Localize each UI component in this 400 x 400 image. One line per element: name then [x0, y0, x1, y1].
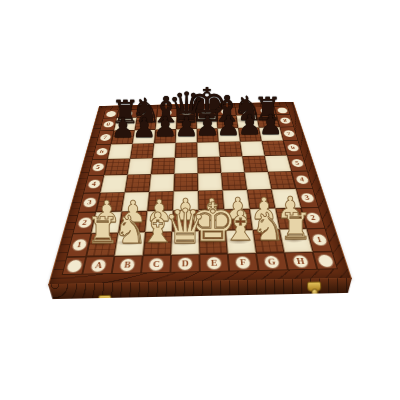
photo-background: ABCDEFGH ABCDEFGH 87654321 87654321 ♜♞♝♛… [0, 0, 400, 400]
square-a5[interactable] [104, 159, 130, 176]
rank-label: 5 [91, 163, 105, 172]
square-b4[interactable] [125, 174, 151, 192]
square-c5[interactable] [151, 158, 175, 175]
file-label-cell: F [228, 253, 259, 271]
square-b6[interactable] [130, 143, 154, 158]
square-h4[interactable] [268, 171, 296, 189]
rank-label: 6 [95, 148, 109, 156]
file-label: D [177, 256, 193, 270]
square-g4[interactable] [245, 172, 272, 190]
file-label-cell: B [112, 255, 143, 273]
corner-circle [65, 259, 84, 273]
clasp-knob-icon [311, 289, 318, 296]
square-h6[interactable] [262, 141, 287, 156]
piece-black-pawn-d7[interactable]: ♟ [174, 113, 198, 140]
corner-circle [316, 254, 335, 268]
square-d5[interactable] [174, 157, 197, 174]
file-label-cell: H [284, 252, 317, 270]
file-label-cell: D [170, 254, 199, 272]
rank-label: 1 [70, 239, 88, 252]
piece-black-pawn-h7[interactable]: ♟ [259, 111, 283, 138]
piece-white-knight-g1[interactable]: ♞ [251, 208, 285, 246]
file-label-cell: C [141, 255, 171, 273]
piece-black-pawn-b7[interactable]: ♟ [132, 113, 156, 140]
file-label: B [119, 258, 136, 272]
clasp-knob-icon [101, 303, 108, 310]
square-c4[interactable] [149, 174, 174, 192]
file-label: G [263, 255, 281, 269]
square-d4[interactable] [174, 173, 198, 191]
square-e4[interactable] [198, 173, 223, 191]
square-e6[interactable] [197, 142, 220, 157]
rank-label: 4 [294, 175, 309, 185]
file-label: A [90, 258, 108, 272]
square-d6[interactable] [175, 142, 197, 157]
square-e5[interactable] [197, 157, 221, 174]
square-h5[interactable] [265, 155, 292, 171]
file-label-cell: E [199, 254, 229, 272]
piece-white-knight-b1[interactable]: ♞ [113, 211, 147, 249]
square-a6[interactable] [108, 144, 133, 159]
square-a4[interactable] [100, 175, 127, 193]
square-f4[interactable] [221, 172, 247, 190]
square-f6[interactable] [219, 142, 243, 157]
file-label: C [148, 257, 164, 271]
piece-black-pawn-f7[interactable]: ♟ [216, 112, 240, 139]
rank-label: 6 [286, 144, 300, 152]
rank-label: 7 [282, 130, 295, 137]
rank-label: 5 [290, 159, 305, 168]
brass-clasp-icon [307, 281, 321, 291]
brass-clasp-icon [98, 295, 111, 306]
square-g6[interactable] [240, 141, 265, 156]
rank-label: 7 [99, 134, 112, 142]
file-label: H [291, 254, 310, 268]
piece-white-queen-d1[interactable]: ♛ [164, 202, 207, 250]
file-label: E [206, 256, 222, 270]
square-g5[interactable] [242, 156, 268, 172]
file-label-cell: G [256, 253, 288, 271]
square-c6[interactable] [153, 143, 176, 158]
square-b5[interactable] [128, 158, 153, 175]
rank-label: 1 [310, 234, 328, 247]
rank-label: 4 [86, 179, 101, 189]
square-f5[interactable] [220, 156, 245, 172]
file-label-cell: A [82, 256, 114, 274]
file-label: F [235, 255, 252, 269]
